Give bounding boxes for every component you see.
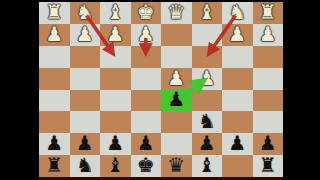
piece-black-pawn[interactable]: ♟ (76, 133, 94, 153)
piece-black-bishop[interactable]: ♝ (198, 155, 216, 175)
square-b1[interactable]: ♞ (222, 2, 253, 24)
square-e5[interactable] (131, 90, 162, 112)
piece-white-pawn[interactable]: ♟ (167, 68, 185, 88)
square-f3[interactable] (100, 46, 131, 68)
piece-white-pawn[interactable]: ♟ (228, 24, 246, 44)
piece-white-rook[interactable]: ♜ (45, 2, 63, 22)
square-h5[interactable] (39, 90, 70, 112)
square-g7[interactable]: ♟ (70, 133, 101, 155)
piece-white-knight[interactable]: ♞ (76, 2, 94, 22)
square-d7[interactable] (161, 133, 192, 155)
square-g1[interactable]: ♞ (70, 2, 101, 24)
square-g3[interactable] (70, 46, 101, 68)
bottom-border (39, 177, 283, 180)
square-b3[interactable] (222, 46, 253, 68)
square-g4[interactable] (70, 68, 101, 90)
square-b2[interactable]: ♟ (222, 24, 253, 46)
letterbox-left (0, 0, 39, 180)
square-b8[interactable] (222, 155, 253, 177)
square-c7[interactable]: ♟ (192, 133, 223, 155)
square-e3[interactable] (131, 46, 162, 68)
piece-white-pawn[interactable]: ♟ (76, 24, 94, 44)
piece-white-king[interactable]: ♚ (137, 2, 155, 22)
piece-black-rook[interactable]: ♜ (259, 155, 277, 175)
square-a2[interactable]: ♟ (253, 24, 284, 46)
square-f5[interactable] (100, 90, 131, 112)
square-h1[interactable]: ♜ (39, 2, 70, 24)
square-c8[interactable]: ♝ (192, 155, 223, 177)
piece-white-pawn[interactable]: ♟ (259, 24, 277, 44)
square-g6[interactable] (70, 111, 101, 133)
square-g5[interactable] (70, 90, 101, 112)
letterbox-right (283, 0, 320, 180)
square-d1[interactable]: ♛ (161, 2, 192, 24)
piece-white-pawn[interactable]: ♟ (45, 24, 63, 44)
piece-black-pawn[interactable]: ♟ (137, 133, 155, 153)
piece-white-pawn[interactable]: ♟ (137, 24, 155, 44)
square-d6[interactable] (161, 111, 192, 133)
piece-white-queen[interactable]: ♛ (167, 2, 185, 22)
square-a8[interactable]: ♜ (253, 155, 284, 177)
square-b7[interactable]: ♟ (222, 133, 253, 155)
square-b4[interactable] (222, 68, 253, 90)
square-h6[interactable] (39, 111, 70, 133)
square-f2[interactable]: ♟ (100, 24, 131, 46)
piece-white-rook[interactable]: ♜ (259, 2, 277, 22)
square-a5[interactable] (253, 90, 284, 112)
square-e4[interactable] (131, 68, 162, 90)
square-f1[interactable]: ♝ (100, 2, 131, 24)
piece-black-knight[interactable]: ♞ (76, 155, 94, 175)
square-g8[interactable]: ♞ (70, 155, 101, 177)
piece-black-pawn[interactable]: ♟ (259, 133, 277, 153)
square-c5[interactable] (192, 90, 223, 112)
square-d4[interactable]: ♟ (161, 68, 192, 90)
square-d2[interactable] (161, 24, 192, 46)
square-f7[interactable]: ♟ (100, 133, 131, 155)
square-h4[interactable] (39, 68, 70, 90)
piece-black-queen[interactable]: ♛ (167, 155, 185, 175)
square-h8[interactable]: ♜ (39, 155, 70, 177)
square-a1[interactable]: ♜ (253, 2, 284, 24)
square-f4[interactable] (100, 68, 131, 90)
piece-white-pawn[interactable]: ♟ (106, 24, 124, 44)
square-c3[interactable] (192, 46, 223, 68)
piece-black-pawn[interactable]: ♟ (228, 133, 246, 153)
square-b5[interactable] (222, 90, 253, 112)
square-g2[interactable]: ♟ (70, 24, 101, 46)
square-a7[interactable]: ♟ (253, 133, 284, 155)
piece-black-pawn[interactable]: ♟ (45, 133, 63, 153)
square-e2[interactable]: ♟ (131, 24, 162, 46)
square-f6[interactable] (100, 111, 131, 133)
square-d8[interactable]: ♛ (161, 155, 192, 177)
piece-black-pawn[interactable]: ♟ (198, 133, 216, 153)
square-c1[interactable]: ♝ (192, 2, 223, 24)
piece-white-bishop[interactable]: ♝ (198, 2, 216, 22)
video-frame: ♜♞♝♚♛♝♞♜♟♟♟♟♟♟♟♟♟♞♟♟♟♟♟♟♟♜♞♝♚♛♝♜ (0, 0, 320, 180)
square-a4[interactable] (253, 68, 284, 90)
square-a3[interactable] (253, 46, 284, 68)
square-h2[interactable]: ♟ (39, 24, 70, 46)
square-b6[interactable] (222, 111, 253, 133)
square-e1[interactable]: ♚ (131, 2, 162, 24)
square-h3[interactable] (39, 46, 70, 68)
square-c4[interactable]: ♟ (192, 68, 223, 90)
square-e7[interactable]: ♟ (131, 133, 162, 155)
piece-black-king[interactable]: ♚ (137, 155, 155, 175)
square-c2[interactable] (192, 24, 223, 46)
square-c6[interactable]: ♞ (192, 111, 223, 133)
square-f8[interactable]: ♝ (100, 155, 131, 177)
square-e6[interactable] (131, 111, 162, 133)
piece-black-rook[interactable]: ♜ (45, 155, 63, 175)
chess-board: ♜♞♝♚♛♝♞♜♟♟♟♟♟♟♟♟♟♞♟♟♟♟♟♟♟♜♞♝♚♛♝♜ (39, 2, 283, 177)
piece-black-pawn[interactable]: ♟ (106, 133, 124, 153)
piece-white-pawn[interactable]: ♟ (198, 68, 216, 88)
piece-black-knight[interactable]: ♞ (198, 111, 216, 131)
square-e8[interactable]: ♚ (131, 155, 162, 177)
square-a6[interactable] (253, 111, 284, 133)
square-d5[interactable]: ♟ (161, 90, 192, 112)
piece-white-bishop[interactable]: ♝ (106, 2, 124, 22)
square-d3[interactable] (161, 46, 192, 68)
piece-black-pawn[interactable]: ♟ (167, 89, 185, 109)
piece-black-bishop[interactable]: ♝ (106, 155, 124, 175)
piece-white-knight[interactable]: ♞ (228, 2, 246, 22)
square-h7[interactable]: ♟ (39, 133, 70, 155)
